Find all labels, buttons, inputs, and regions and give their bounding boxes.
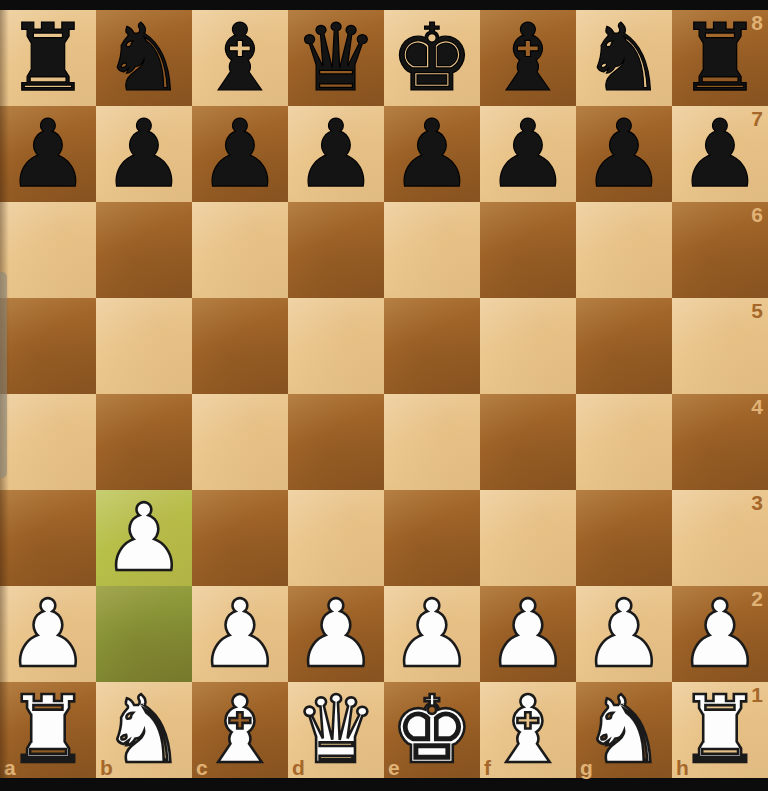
square-e5[interactable] (384, 298, 480, 394)
black-pawn-d7[interactable]: ♟ (288, 106, 384, 202)
square-a2[interactable]: ♟ (0, 586, 96, 682)
black-pawn-b7[interactable]: ♟ (96, 106, 192, 202)
rank-label-1: 1 (751, 683, 763, 707)
square-g3[interactable] (576, 490, 672, 586)
square-d5[interactable] (288, 298, 384, 394)
square-d3[interactable] (288, 490, 384, 586)
file-label-a: a (4, 756, 16, 780)
white-pawn-e2[interactable]: ♟ (384, 586, 480, 682)
square-g2[interactable]: ♟ (576, 586, 672, 682)
square-f6[interactable] (480, 202, 576, 298)
square-h5[interactable]: 5 (672, 298, 768, 394)
square-g6[interactable] (576, 202, 672, 298)
square-c8[interactable]: ♝ (192, 10, 288, 106)
white-pawn-c2[interactable]: ♟ (192, 586, 288, 682)
square-d4[interactable] (288, 394, 384, 490)
square-b4[interactable] (96, 394, 192, 490)
square-e2[interactable]: ♟ (384, 586, 480, 682)
black-pawn-g7[interactable]: ♟ (576, 106, 672, 202)
chess-app-screen: ♜♞♝♛♚♝♞♜8♟♟♟♟♟♟♟♟7654♟3♟♟♟♟♟♟♟2♜a♞b♝c♛d♚… (0, 0, 768, 791)
rank-label-6: 6 (751, 203, 763, 227)
chess-board: ♜♞♝♛♚♝♞♜8♟♟♟♟♟♟♟♟7654♟3♟♟♟♟♟♟♟2♜a♞b♝c♛d♚… (0, 10, 768, 778)
square-e4[interactable] (384, 394, 480, 490)
square-h8[interactable]: ♜8 (672, 10, 768, 106)
square-h3[interactable]: 3 (672, 490, 768, 586)
white-pawn-b3[interactable]: ♟ (96, 490, 192, 586)
file-label-e: e (388, 756, 400, 780)
black-rook-a8[interactable]: ♜ (0, 10, 96, 106)
white-pawn-g2[interactable]: ♟ (576, 586, 672, 682)
square-c7[interactable]: ♟ (192, 106, 288, 202)
square-b6[interactable] (96, 202, 192, 298)
square-g4[interactable] (576, 394, 672, 490)
file-label-c: c (196, 756, 208, 780)
square-f4[interactable] (480, 394, 576, 490)
square-c3[interactable] (192, 490, 288, 586)
square-f8[interactable]: ♝ (480, 10, 576, 106)
black-knight-g8[interactable]: ♞ (576, 10, 672, 106)
file-label-g: g (580, 756, 593, 780)
square-c2[interactable]: ♟ (192, 586, 288, 682)
square-d6[interactable] (288, 202, 384, 298)
black-king-e8[interactable]: ♚ (384, 10, 480, 106)
square-g5[interactable] (576, 298, 672, 394)
white-pawn-a2[interactable]: ♟ (0, 586, 96, 682)
rank-label-4: 4 (751, 395, 763, 419)
square-g1[interactable]: ♞g (576, 682, 672, 778)
square-h1[interactable]: ♜1h (672, 682, 768, 778)
black-queen-d8[interactable]: ♛ (288, 10, 384, 106)
square-f1[interactable]: ♝f (480, 682, 576, 778)
black-pawn-e7[interactable]: ♟ (384, 106, 480, 202)
white-pawn-f2[interactable]: ♟ (480, 586, 576, 682)
square-e7[interactable]: ♟ (384, 106, 480, 202)
black-pawn-a7[interactable]: ♟ (0, 106, 96, 202)
black-bishop-c8[interactable]: ♝ (192, 10, 288, 106)
square-d8[interactable]: ♛ (288, 10, 384, 106)
square-f7[interactable]: ♟ (480, 106, 576, 202)
rank-label-7: 7 (751, 107, 763, 131)
square-c6[interactable] (192, 202, 288, 298)
square-h6[interactable]: 6 (672, 202, 768, 298)
square-h2[interactable]: ♟2 (672, 586, 768, 682)
black-pawn-f7[interactable]: ♟ (480, 106, 576, 202)
square-g8[interactable]: ♞ (576, 10, 672, 106)
square-g7[interactable]: ♟ (576, 106, 672, 202)
white-bishop-f1[interactable]: ♝ (480, 682, 576, 778)
square-b5[interactable] (96, 298, 192, 394)
square-c1[interactable]: ♝c (192, 682, 288, 778)
square-a8[interactable]: ♜ (0, 10, 96, 106)
square-b8[interactable]: ♞ (96, 10, 192, 106)
square-d2[interactable]: ♟ (288, 586, 384, 682)
square-f2[interactable]: ♟ (480, 586, 576, 682)
black-pawn-c7[interactable]: ♟ (192, 106, 288, 202)
square-f5[interactable] (480, 298, 576, 394)
rank-label-3: 3 (751, 491, 763, 515)
square-e6[interactable] (384, 202, 480, 298)
square-e1[interactable]: ♚e (384, 682, 480, 778)
white-pawn-d2[interactable]: ♟ (288, 586, 384, 682)
square-b7[interactable]: ♟ (96, 106, 192, 202)
file-label-d: d (292, 756, 305, 780)
rank-label-8: 8 (751, 11, 763, 35)
rank-label-5: 5 (751, 299, 763, 323)
square-e3[interactable] (384, 490, 480, 586)
file-label-h: h (676, 756, 689, 780)
square-a1[interactable]: ♜a (0, 682, 96, 778)
black-bishop-f8[interactable]: ♝ (480, 10, 576, 106)
square-d1[interactable]: ♛d (288, 682, 384, 778)
square-e8[interactable]: ♚ (384, 10, 480, 106)
file-label-f: f (484, 756, 491, 780)
square-a6[interactable] (0, 202, 96, 298)
square-c5[interactable] (192, 298, 288, 394)
square-b1[interactable]: ♞b (96, 682, 192, 778)
scroll-indicator[interactable] (0, 272, 7, 478)
rank-label-2: 2 (751, 587, 763, 611)
square-d7[interactable]: ♟ (288, 106, 384, 202)
square-a3[interactable] (0, 490, 96, 586)
square-b2[interactable] (96, 586, 192, 682)
square-f3[interactable] (480, 490, 576, 586)
file-label-b: b (100, 756, 113, 780)
square-a7[interactable]: ♟ (0, 106, 96, 202)
square-a5[interactable] (0, 298, 96, 394)
square-a4[interactable] (0, 394, 96, 490)
black-knight-b8[interactable]: ♞ (96, 10, 192, 106)
square-h7[interactable]: ♟7 (672, 106, 768, 202)
square-c4[interactable] (192, 394, 288, 490)
square-h4[interactable]: 4 (672, 394, 768, 490)
square-b3[interactable]: ♟ (96, 490, 192, 586)
